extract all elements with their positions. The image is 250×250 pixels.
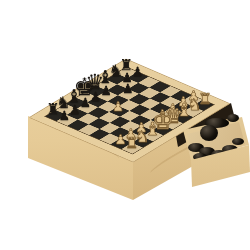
chess-piece-black-pawn[interactable]: ♟ [122, 82, 134, 95]
chess-piece-white-rook[interactable]: ♜ [125, 136, 138, 151]
chess-piece-black-pawn[interactable]: ♟ [90, 90, 102, 103]
checker-stack[interactable] [227, 114, 239, 122]
chess-piece-black-pawn[interactable]: ♟ [58, 109, 70, 122]
chess-piece-white-pawn[interactable]: ♟ [112, 99, 124, 112]
checker-piece[interactable] [222, 145, 238, 154]
checker-piece[interactable] [205, 155, 219, 163]
chess-piece-black-pawn[interactable]: ♟ [79, 96, 91, 109]
chess-piece-black-pawn[interactable]: ♟ [69, 102, 81, 115]
chess-piece-black-pawn[interactable]: ♟ [100, 83, 112, 96]
product-photo-scene: ♜♟♟♜♞♟♟♞♝♟♟♝♛♟♟♛♚♟♟♚♝♟♟♝♞♟♟♞♜♟♟♜ [0, 0, 250, 250]
checker-piece[interactable] [232, 138, 244, 145]
checker-stack[interactable] [200, 125, 218, 141]
chess-piece-black-pawn[interactable]: ♟ [132, 64, 144, 77]
